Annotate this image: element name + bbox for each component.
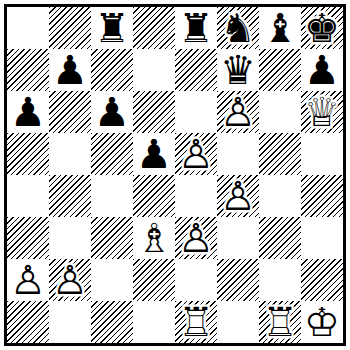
square-d4[interactable] — [133, 175, 175, 217]
square-h4[interactable] — [301, 175, 343, 217]
square-c1[interactable] — [91, 301, 133, 343]
piece-halo: ♜ — [175, 301, 217, 343]
piece-black-knight: ♞ — [217, 7, 259, 49]
board-frame: ♜♜♜♜♞♞♝♝♚♚♟♟♛♛♟♟♟♟♟♟♟♙♛♕♟♟♟♙♟♙♝♗♟♙♟♙♟♙♜♖… — [4, 4, 346, 346]
piece-halo: ♟ — [7, 91, 49, 133]
square-e8[interactable]: ♜♜ — [175, 7, 217, 49]
piece-white-bishop: ♗ — [133, 217, 175, 259]
square-g7[interactable] — [259, 49, 301, 91]
square-f5[interactable] — [217, 133, 259, 175]
piece-black-king: ♚ — [301, 7, 343, 49]
piece-halo: ♜ — [259, 301, 301, 343]
square-d2[interactable] — [133, 259, 175, 301]
square-f8[interactable]: ♞♞ — [217, 7, 259, 49]
square-f2[interactable] — [217, 259, 259, 301]
square-h1[interactable]: ♚♔ — [301, 301, 343, 343]
square-h7[interactable]: ♟♟ — [301, 49, 343, 91]
square-c3[interactable] — [91, 217, 133, 259]
square-a7[interactable] — [7, 49, 49, 91]
square-g5[interactable] — [259, 133, 301, 175]
square-e2[interactable] — [175, 259, 217, 301]
piece-black-pawn: ♟ — [301, 49, 343, 91]
square-g1[interactable]: ♜♖ — [259, 301, 301, 343]
square-c6[interactable]: ♟♟ — [91, 91, 133, 133]
square-b3[interactable] — [49, 217, 91, 259]
piece-white-rook: ♖ — [175, 301, 217, 343]
piece-halo: ♚ — [301, 301, 343, 343]
piece-halo: ♟ — [301, 49, 343, 91]
piece-halo: ♟ — [49, 49, 91, 91]
piece-white-king: ♔ — [301, 301, 343, 343]
square-f6[interactable]: ♟♙ — [217, 91, 259, 133]
piece-black-rook: ♜ — [175, 7, 217, 49]
square-h6[interactable]: ♛♕ — [301, 91, 343, 133]
square-b8[interactable] — [49, 7, 91, 49]
square-b1[interactable] — [49, 301, 91, 343]
square-f7[interactable]: ♛♛ — [217, 49, 259, 91]
piece-halo: ♟ — [133, 133, 175, 175]
piece-halo: ♟ — [175, 217, 217, 259]
square-d1[interactable] — [133, 301, 175, 343]
square-g6[interactable] — [259, 91, 301, 133]
square-e1[interactable]: ♜♖ — [175, 301, 217, 343]
piece-white-pawn: ♙ — [217, 91, 259, 133]
square-e5[interactable]: ♟♙ — [175, 133, 217, 175]
square-a4[interactable] — [7, 175, 49, 217]
square-a6[interactable]: ♟♟ — [7, 91, 49, 133]
piece-halo: ♚ — [301, 7, 343, 49]
square-d5[interactable]: ♟♟ — [133, 133, 175, 175]
piece-halo: ♟ — [217, 91, 259, 133]
piece-halo: ♞ — [217, 7, 259, 49]
piece-black-bishop: ♝ — [259, 7, 301, 49]
piece-white-pawn: ♙ — [49, 259, 91, 301]
piece-black-pawn: ♟ — [133, 133, 175, 175]
square-d7[interactable] — [133, 49, 175, 91]
square-c2[interactable] — [91, 259, 133, 301]
square-a8[interactable] — [7, 7, 49, 49]
square-b2[interactable]: ♟♙ — [49, 259, 91, 301]
square-f3[interactable] — [217, 217, 259, 259]
piece-black-pawn: ♟ — [49, 49, 91, 91]
piece-black-queen: ♛ — [217, 49, 259, 91]
square-c7[interactable] — [91, 49, 133, 91]
piece-halo: ♝ — [133, 217, 175, 259]
square-e3[interactable]: ♟♙ — [175, 217, 217, 259]
piece-white-pawn: ♙ — [175, 217, 217, 259]
piece-white-rook: ♖ — [259, 301, 301, 343]
square-g3[interactable] — [259, 217, 301, 259]
square-b6[interactable] — [49, 91, 91, 133]
piece-white-queen: ♕ — [301, 91, 343, 133]
piece-halo: ♜ — [91, 7, 133, 49]
square-h8[interactable]: ♚♚ — [301, 7, 343, 49]
square-d3[interactable]: ♝♗ — [133, 217, 175, 259]
square-h2[interactable] — [301, 259, 343, 301]
square-g4[interactable] — [259, 175, 301, 217]
piece-halo: ♟ — [175, 133, 217, 175]
piece-halo: ♛ — [301, 91, 343, 133]
piece-halo: ♜ — [175, 7, 217, 49]
square-b5[interactable] — [49, 133, 91, 175]
piece-halo: ♟ — [49, 259, 91, 301]
piece-white-pawn: ♙ — [175, 133, 217, 175]
square-a1[interactable] — [7, 301, 49, 343]
square-f1[interactable] — [217, 301, 259, 343]
piece-halo: ♟ — [91, 91, 133, 133]
square-b4[interactable] — [49, 175, 91, 217]
square-b7[interactable]: ♟♟ — [49, 49, 91, 91]
square-e7[interactable] — [175, 49, 217, 91]
piece-white-pawn: ♙ — [217, 175, 259, 217]
square-h3[interactable] — [301, 217, 343, 259]
square-c4[interactable] — [91, 175, 133, 217]
square-d8[interactable] — [133, 7, 175, 49]
square-h5[interactable] — [301, 133, 343, 175]
square-f4[interactable]: ♟♙ — [217, 175, 259, 217]
piece-black-pawn: ♟ — [7, 91, 49, 133]
square-a5[interactable] — [7, 133, 49, 175]
piece-halo: ♟ — [7, 259, 49, 301]
piece-halo: ♛ — [217, 49, 259, 91]
square-g2[interactable] — [259, 259, 301, 301]
square-e6[interactable] — [175, 91, 217, 133]
square-c8[interactable]: ♜♜ — [91, 7, 133, 49]
square-g8[interactable]: ♝♝ — [259, 7, 301, 49]
piece-white-pawn: ♙ — [7, 259, 49, 301]
piece-halo: ♝ — [259, 7, 301, 49]
square-e4[interactable] — [175, 175, 217, 217]
square-a2[interactable]: ♟♙ — [7, 259, 49, 301]
square-a3[interactable] — [7, 217, 49, 259]
chess-diagram: ♜♜♜♜♞♞♝♝♚♚♟♟♛♛♟♟♟♟♟♟♟♙♛♕♟♟♟♙♟♙♝♗♟♙♟♙♟♙♜♖… — [0, 0, 350, 350]
square-c5[interactable] — [91, 133, 133, 175]
square-d6[interactable] — [133, 91, 175, 133]
piece-black-rook: ♜ — [91, 7, 133, 49]
piece-halo: ♟ — [217, 175, 259, 217]
chess-board: ♜♜♜♜♞♞♝♝♚♚♟♟♛♛♟♟♟♟♟♟♟♙♛♕♟♟♟♙♟♙♝♗♟♙♟♙♟♙♜♖… — [7, 7, 343, 343]
piece-black-pawn: ♟ — [91, 91, 133, 133]
